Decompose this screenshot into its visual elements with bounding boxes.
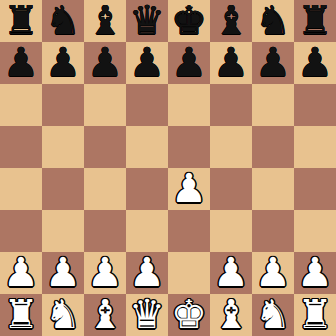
piece-white-rook[interactable]: ♜ <box>297 294 333 335</box>
square-f7[interactable]: ♟ <box>210 42 252 84</box>
square-b1[interactable]: ♞ <box>42 294 84 336</box>
piece-white-rook[interactable]: ♜ <box>3 294 39 335</box>
square-g4[interactable] <box>252 168 294 210</box>
square-b3[interactable] <box>42 210 84 252</box>
square-c4[interactable] <box>84 168 126 210</box>
piece-white-king[interactable]: ♚ <box>171 294 207 335</box>
piece-black-rook[interactable]: ♜ <box>297 0 333 41</box>
square-g5[interactable] <box>252 126 294 168</box>
piece-black-bishop[interactable]: ♝ <box>87 0 123 41</box>
square-f3[interactable] <box>210 210 252 252</box>
piece-black-king[interactable]: ♚ <box>171 0 207 41</box>
square-b7[interactable]: ♟ <box>42 42 84 84</box>
square-e1[interactable]: ♚ <box>168 294 210 336</box>
piece-white-pawn[interactable]: ♟ <box>255 252 291 293</box>
piece-black-pawn[interactable]: ♟ <box>297 42 333 83</box>
square-a7[interactable]: ♟ <box>0 42 42 84</box>
square-e3[interactable] <box>168 210 210 252</box>
square-a6[interactable] <box>0 84 42 126</box>
square-e6[interactable] <box>168 84 210 126</box>
square-c6[interactable] <box>84 84 126 126</box>
square-b4[interactable] <box>42 168 84 210</box>
square-e2[interactable] <box>168 252 210 294</box>
piece-black-pawn[interactable]: ♟ <box>87 42 123 83</box>
square-a1[interactable]: ♜ <box>0 294 42 336</box>
piece-white-pawn[interactable]: ♟ <box>3 252 39 293</box>
square-h8[interactable]: ♜ <box>294 0 336 42</box>
square-e4[interactable]: ♟ <box>168 168 210 210</box>
piece-white-pawn[interactable]: ♟ <box>129 252 165 293</box>
square-b5[interactable] <box>42 126 84 168</box>
square-d8[interactable]: ♛ <box>126 0 168 42</box>
square-a5[interactable] <box>0 126 42 168</box>
chess-board-container: ♜♞♝♛♚♝♞♜♟♟♟♟♟♟♟♟♟♟♟♟♟♟♟♟♜♞♝♛♚♝♞♜ <box>0 0 336 336</box>
square-c1[interactable]: ♝ <box>84 294 126 336</box>
square-d2[interactable]: ♟ <box>126 252 168 294</box>
piece-white-pawn[interactable]: ♟ <box>45 252 81 293</box>
square-e7[interactable]: ♟ <box>168 42 210 84</box>
square-b6[interactable] <box>42 84 84 126</box>
square-d5[interactable] <box>126 126 168 168</box>
piece-black-knight[interactable]: ♞ <box>255 0 291 41</box>
square-a2[interactable]: ♟ <box>0 252 42 294</box>
square-g3[interactable] <box>252 210 294 252</box>
square-c5[interactable] <box>84 126 126 168</box>
piece-white-bishop[interactable]: ♝ <box>87 294 123 335</box>
square-d4[interactable] <box>126 168 168 210</box>
square-f5[interactable] <box>210 126 252 168</box>
chess-board: ♜♞♝♛♚♝♞♜♟♟♟♟♟♟♟♟♟♟♟♟♟♟♟♟♜♞♝♛♚♝♞♜ <box>0 0 336 336</box>
square-h6[interactable] <box>294 84 336 126</box>
piece-white-pawn[interactable]: ♟ <box>213 252 249 293</box>
square-d6[interactable] <box>126 84 168 126</box>
piece-black-pawn[interactable]: ♟ <box>45 42 81 83</box>
square-c3[interactable] <box>84 210 126 252</box>
square-a4[interactable] <box>0 168 42 210</box>
square-h1[interactable]: ♜ <box>294 294 336 336</box>
square-e5[interactable] <box>168 126 210 168</box>
square-c7[interactable]: ♟ <box>84 42 126 84</box>
square-g8[interactable]: ♞ <box>252 0 294 42</box>
square-b8[interactable]: ♞ <box>42 0 84 42</box>
piece-white-pawn[interactable]: ♟ <box>87 252 123 293</box>
square-h2[interactable]: ♟ <box>294 252 336 294</box>
piece-white-pawn[interactable]: ♟ <box>171 168 207 209</box>
square-g6[interactable] <box>252 84 294 126</box>
square-f6[interactable] <box>210 84 252 126</box>
square-b2[interactable]: ♟ <box>42 252 84 294</box>
square-d7[interactable]: ♟ <box>126 42 168 84</box>
square-a8[interactable]: ♜ <box>0 0 42 42</box>
square-f8[interactable]: ♝ <box>210 0 252 42</box>
square-f2[interactable]: ♟ <box>210 252 252 294</box>
piece-black-pawn[interactable]: ♟ <box>129 42 165 83</box>
piece-black-pawn[interactable]: ♟ <box>255 42 291 83</box>
square-h7[interactable]: ♟ <box>294 42 336 84</box>
square-d1[interactable]: ♛ <box>126 294 168 336</box>
square-h5[interactable] <box>294 126 336 168</box>
piece-black-pawn[interactable]: ♟ <box>171 42 207 83</box>
square-f4[interactable] <box>210 168 252 210</box>
square-g1[interactable]: ♞ <box>252 294 294 336</box>
piece-black-queen[interactable]: ♛ <box>129 0 165 41</box>
square-h3[interactable] <box>294 210 336 252</box>
square-g7[interactable]: ♟ <box>252 42 294 84</box>
square-e8[interactable]: ♚ <box>168 0 210 42</box>
square-c8[interactable]: ♝ <box>84 0 126 42</box>
square-d3[interactable] <box>126 210 168 252</box>
piece-black-pawn[interactable]: ♟ <box>213 42 249 83</box>
piece-white-bishop[interactable]: ♝ <box>213 294 249 335</box>
square-c2[interactable]: ♟ <box>84 252 126 294</box>
piece-white-pawn[interactable]: ♟ <box>297 252 333 293</box>
square-h4[interactable] <box>294 168 336 210</box>
piece-white-queen[interactable]: ♛ <box>129 294 165 335</box>
piece-black-knight[interactable]: ♞ <box>45 0 81 41</box>
piece-black-bishop[interactable]: ♝ <box>213 0 249 41</box>
piece-black-pawn[interactable]: ♟ <box>3 42 39 83</box>
square-g2[interactable]: ♟ <box>252 252 294 294</box>
square-f1[interactable]: ♝ <box>210 294 252 336</box>
piece-white-knight[interactable]: ♞ <box>45 294 81 335</box>
piece-white-knight[interactable]: ♞ <box>255 294 291 335</box>
piece-black-rook[interactable]: ♜ <box>3 0 39 41</box>
square-a3[interactable] <box>0 210 42 252</box>
